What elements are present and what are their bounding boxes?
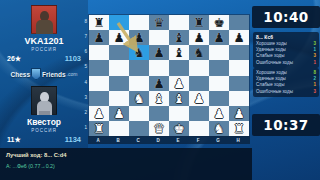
- analysis-row: Ошибочные ходы3: [256, 89, 316, 95]
- bottom-player-stars: 11★: [7, 136, 21, 144]
- eval-change-text: A: ...Фе6 (0.77→0.2): [6, 163, 55, 169]
- white-knight-c3: ♞: [133, 91, 144, 106]
- square-b1[interactable]: [109, 121, 129, 136]
- square-d1[interactable]: ♛: [149, 121, 169, 136]
- analysis-row-value: 3: [313, 89, 316, 95]
- white-rook-h1: ♜: [233, 121, 244, 136]
- white-rook-a1: ♜: [93, 121, 104, 136]
- square-c5[interactable]: [129, 60, 149, 75]
- square-a1[interactable]: ♜: [89, 121, 109, 136]
- logo-text-chess: Chess: [11, 71, 31, 78]
- chess-board: ♜♛♜♚♟♟♟♝♟♟♟♞♟♝♞♟♟♞♝♝♟♟♟♟♟♜♛♚♞♜: [88, 14, 250, 137]
- engine-suggestion-bar: Лучший ход: 8... С:d4 A: ...Фе6 (0.77→0.…: [0, 148, 252, 180]
- square-g4[interactable]: [209, 76, 229, 91]
- square-e3[interactable]: ♝: [169, 91, 189, 106]
- black-queen-d8: ♛: [153, 15, 164, 30]
- black-pawn-c7: ♟: [133, 30, 144, 45]
- file-label-b: B: [108, 138, 128, 143]
- file-label-c: C: [128, 138, 148, 143]
- square-b2[interactable]: ♟: [109, 106, 129, 121]
- square-b8[interactable]: [109, 15, 129, 30]
- bottom-player-avatar[interactable]: [31, 86, 57, 115]
- square-d8[interactable]: ♛: [149, 15, 169, 30]
- square-e8[interactable]: [169, 15, 189, 30]
- rank-label-3: 3: [80, 95, 87, 100]
- last-move-label: 8... Кc6: [256, 34, 316, 40]
- analysis-box-bottom: Хорошие ходы8Удачные ходы2Слабые ходы1Ош…: [253, 68, 319, 97]
- black-pawn-d6: ♟: [153, 45, 164, 60]
- square-b6[interactable]: [109, 45, 129, 60]
- square-c2[interactable]: [129, 106, 149, 121]
- square-a8[interactable]: ♜: [89, 15, 109, 30]
- rank-label-6: 6: [80, 49, 87, 54]
- white-bishop-e3: ♝: [173, 91, 184, 106]
- bottom-player-clock: 10:37: [252, 114, 320, 136]
- square-c3[interactable]: ♞: [129, 91, 149, 106]
- square-f3[interactable]: ♟: [189, 91, 209, 106]
- square-a3[interactable]: [89, 91, 109, 106]
- square-h6[interactable]: [229, 45, 249, 60]
- square-a2[interactable]: ♟: [89, 106, 109, 121]
- square-h7[interactable]: ♟: [229, 30, 249, 45]
- black-knight-f6: ♞: [193, 45, 204, 60]
- black-king-g8: ♚: [213, 15, 224, 30]
- square-a6[interactable]: [89, 45, 109, 60]
- white-pawn-f3: ♟: [193, 91, 204, 106]
- square-c6[interactable]: ♞: [129, 45, 149, 60]
- best-move-text: Лучший ход: 8... С:d4: [6, 152, 67, 158]
- file-label-g: G: [208, 138, 228, 143]
- square-b3[interactable]: [109, 91, 129, 106]
- square-g6[interactable]: [209, 45, 229, 60]
- chessfriends-logo[interactable]: Chess Friends .com: [0, 68, 88, 80]
- square-c7[interactable]: ♟: [129, 30, 149, 45]
- white-pawn-g2: ♟: [213, 106, 224, 121]
- black-pawn-g7: ♟: [213, 30, 224, 45]
- white-pawn-e4: ♟: [173, 76, 184, 91]
- logo-text-friends: Friends: [42, 71, 65, 78]
- rank-label-1: 1: [80, 125, 87, 130]
- rank-label-7: 7: [80, 34, 87, 39]
- analysis-row: Ошибочные ходы1: [256, 60, 316, 66]
- white-queen-d1: ♛: [153, 121, 164, 136]
- square-e1[interactable]: ♚: [169, 121, 189, 136]
- square-e5[interactable]: [169, 60, 189, 75]
- rank-label-2: 2: [80, 110, 87, 115]
- file-label-a: A: [88, 138, 108, 143]
- square-d4[interactable]: ♟: [149, 76, 169, 91]
- square-e7[interactable]: ♝: [169, 30, 189, 45]
- black-knight-c6: ♞: [133, 45, 144, 60]
- square-f7[interactable]: ♟: [189, 30, 209, 45]
- rank-label-8: 8: [80, 19, 87, 24]
- analysis-row-label: Ошибочные ходы: [256, 89, 293, 95]
- top-player-name: VKA1201: [0, 36, 88, 46]
- bottom-player-rating: 1134: [65, 135, 81, 144]
- square-g1[interactable]: ♞: [209, 121, 229, 136]
- black-rook-a8: ♜: [93, 15, 104, 30]
- square-h1[interactable]: ♜: [229, 121, 249, 136]
- square-h5[interactable]: [229, 60, 249, 75]
- square-b5[interactable]: [109, 60, 129, 75]
- white-pawn-b2: ♟: [113, 106, 124, 121]
- white-pawn-a2: ♟: [93, 106, 104, 121]
- square-g5[interactable]: [209, 60, 229, 75]
- app-screen: VKA1201 РОССИЯ 26★ 1103 Chess Friends .c…: [0, 0, 320, 180]
- square-d2[interactable]: [149, 106, 169, 121]
- square-f5[interactable]: [189, 60, 209, 75]
- black-pawn-f7: ♟: [193, 30, 204, 45]
- black-pawn-b7: ♟: [113, 30, 124, 45]
- square-b4[interactable]: [109, 76, 129, 91]
- square-h8[interactable]: [229, 15, 249, 30]
- square-a4[interactable]: [89, 76, 109, 91]
- square-g8[interactable]: ♚: [209, 15, 229, 30]
- square-h3[interactable]: [229, 91, 249, 106]
- square-h2[interactable]: ♟: [229, 106, 249, 121]
- black-pawn-h7: ♟: [233, 30, 244, 45]
- square-f4[interactable]: [189, 76, 209, 91]
- square-a5[interactable]: [89, 60, 109, 75]
- square-h4[interactable]: [229, 76, 249, 91]
- players-panel: VKA1201 РОССИЯ 26★ 1103 Chess Friends .c…: [0, 0, 88, 148]
- square-f2[interactable]: [189, 106, 209, 121]
- square-f8[interactable]: ♜: [189, 15, 209, 30]
- avatar-bust: [39, 111, 50, 115]
- white-king-e1: ♚: [173, 121, 184, 136]
- bottom-player-name: Квестор: [0, 117, 88, 127]
- square-d5[interactable]: [149, 60, 169, 75]
- square-b7[interactable]: ♟: [109, 30, 129, 45]
- square-c4[interactable]: [129, 76, 149, 91]
- square-g3[interactable]: [209, 91, 229, 106]
- square-c1[interactable]: [129, 121, 149, 136]
- square-d3[interactable]: ♝: [149, 91, 169, 106]
- white-bishop-d3: ♝: [153, 91, 164, 106]
- logo-text-com: .com: [67, 71, 78, 77]
- bottom-player-country: РОССИЯ: [0, 128, 88, 133]
- top-player-stars: 26★: [7, 55, 21, 63]
- black-pawn-d4: ♟: [153, 76, 164, 91]
- file-label-f: F: [188, 138, 208, 143]
- square-g2[interactable]: ♟: [209, 106, 229, 121]
- file-label-d: D: [148, 138, 168, 143]
- rank-label-5: 5: [80, 64, 87, 69]
- white-knight-g1: ♞: [213, 121, 224, 136]
- analysis-row-value: 1: [313, 60, 316, 66]
- file-label-h: H: [228, 138, 248, 143]
- square-e4[interactable]: ♟: [169, 76, 189, 91]
- top-player-avatar[interactable]: [31, 5, 57, 34]
- black-bishop-e6: ♝: [173, 45, 184, 60]
- avatar-portrait: [36, 20, 53, 34]
- square-g7[interactable]: ♟: [209, 30, 229, 45]
- analysis-row-label: Ошибочные ходы: [256, 60, 293, 66]
- square-a7[interactable]: ♟: [89, 30, 109, 45]
- square-d6[interactable]: ♟: [149, 45, 169, 60]
- file-label-e: E: [168, 138, 188, 143]
- black-rook-f8: ♜: [193, 15, 204, 30]
- square-f6[interactable]: ♞: [189, 45, 209, 60]
- shield-icon: [31, 68, 41, 80]
- square-d7[interactable]: [149, 30, 169, 45]
- top-player-stats: 26★ 1103: [7, 54, 81, 63]
- black-bishop-e7: ♝: [173, 30, 184, 45]
- analysis-box-top: 8... Кc6 Хорошие ходы3Удачные ходы1Слабы…: [253, 32, 319, 68]
- black-pawn-a7: ♟: [93, 30, 104, 45]
- square-e2[interactable]: [169, 106, 189, 121]
- white-pawn-h2: ♟: [233, 106, 244, 121]
- top-player-country: РОССИЯ: [0, 47, 88, 52]
- square-f1[interactable]: [189, 121, 209, 136]
- top-player-rating: 1103: [65, 54, 81, 63]
- square-e6[interactable]: ♝: [169, 45, 189, 60]
- square-c8[interactable]: [129, 15, 149, 30]
- bottom-player-stats: 11★ 1134: [7, 135, 81, 144]
- top-player-clock: 10:40: [252, 6, 320, 28]
- rank-label-4: 4: [80, 80, 87, 85]
